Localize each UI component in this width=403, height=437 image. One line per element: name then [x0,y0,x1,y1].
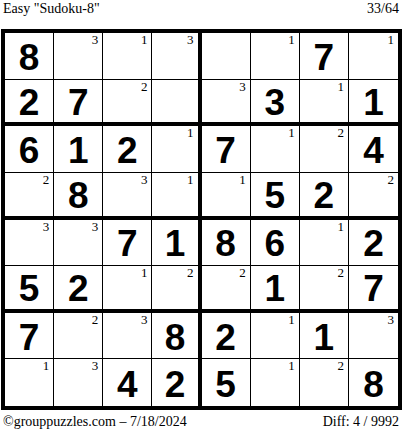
page: Easy "Sudoku-8" 33/64 831317127233116121… [0,0,403,437]
given-digit: 1 [264,267,285,307]
cell-r2c5[interactable]: 3 [202,80,251,127]
given-digit: 1 [314,316,335,356]
given-digit: 8 [19,36,40,76]
given-digit: 2 [19,81,40,121]
pencil-mark: 2 [337,126,344,140]
given-digit: 7 [215,129,236,169]
pencil-mark: 1 [388,33,395,47]
cell-r6c3[interactable]: 1 [103,266,152,313]
given-digit: 7 [363,267,384,307]
cell-r2c8[interactable]: 1 [349,80,398,127]
pencil-mark: 1 [187,126,194,140]
cell-r8c3[interactable]: 4 [103,359,152,406]
given-digit: 7 [19,316,40,356]
cell-r4c2[interactable]: 8 [54,173,103,220]
cell-r3c8[interactable]: 4 [349,126,398,173]
pencil-mark: 1 [337,80,344,94]
pencil-mark: 3 [92,359,99,373]
given-digit: 3 [264,81,285,121]
pencil-mark: 1 [43,359,50,373]
cell-r1c6[interactable]: 1 [251,33,300,80]
cell-r3c2[interactable]: 1 [54,126,103,173]
cell-r2c7[interactable]: 1 [300,80,349,127]
pencil-mark: 1 [288,359,295,373]
cell-r6c6[interactable]: 1 [251,266,300,313]
given-digit: 8 [363,363,384,403]
cell-r8c8[interactable]: 8 [349,359,398,406]
cell-r8c6[interactable]: 1 [251,359,300,406]
puzzle-title: Easy "Sudoku-8" [3,1,100,17]
pencil-mark: 3 [92,220,99,234]
pencil-mark: 2 [141,80,148,94]
cell-r6c1[interactable]: 5 [5,266,54,313]
pencil-mark: 3 [187,33,194,47]
cell-r3c6[interactable]: 1 [251,126,300,173]
cell-r4c1[interactable]: 2 [5,173,54,220]
pencil-mark: 3 [141,313,148,327]
cell-r1c3[interactable]: 1 [103,33,152,80]
cell-r8c5[interactable]: 5 [202,359,251,406]
cell-r2c4[interactable] [152,80,201,127]
given-digit: 2 [314,174,335,214]
cell-r1c7[interactable]: 7 [300,33,349,80]
cell-r8c4[interactable]: 2 [152,359,201,406]
cell-r6c4[interactable]: 2 [152,266,201,313]
pencil-mark: 2 [43,173,50,187]
cell-r3c5[interactable]: 7 [202,126,251,173]
given-digit: 1 [165,222,186,262]
given-digit: 2 [215,316,236,356]
pencil-mark: 2 [92,313,99,327]
given-digit: 8 [68,174,89,214]
cell-r3c3[interactable]: 2 [103,126,152,173]
given-digit: 2 [68,267,89,307]
cell-r5c2[interactable]: 3 [54,220,103,267]
cell-r3c4[interactable]: 1 [152,126,201,173]
cell-r1c8[interactable]: 1 [349,33,398,80]
cell-r5c5[interactable]: 8 [202,220,251,267]
cell-r6c7[interactable]: 2 [300,266,349,313]
cell-r4c7[interactable]: 2 [300,173,349,220]
cell-r4c3[interactable]: 3 [103,173,152,220]
pencil-mark: 2 [187,266,194,280]
given-digit: 7 [117,222,138,262]
cell-r5c7[interactable]: 1 [300,220,349,267]
pencil-mark: 3 [388,313,395,327]
cell-r5c1[interactable]: 3 [5,220,54,267]
pencil-mark: 1 [288,33,295,47]
cell-r1c2[interactable]: 3 [54,33,103,80]
cell-r2c1[interactable]: 2 [5,80,54,127]
cell-r6c8[interactable]: 7 [349,266,398,313]
cell-r2c6[interactable]: 3 [251,80,300,127]
cell-r8c7[interactable]: 2 [300,359,349,406]
cell-r6c2[interactable]: 2 [54,266,103,313]
cell-r8c1[interactable]: 1 [5,359,54,406]
given-digit: 5 [215,363,236,403]
pencil-mark: 2 [388,173,395,187]
cell-r2c3[interactable]: 2 [103,80,152,127]
cell-r7c5[interactable]: 2 [202,313,251,360]
page-number: 33/64 [367,1,399,17]
given-digit: 7 [314,36,335,76]
cell-r7c8[interactable]: 3 [349,313,398,360]
given-digit: 2 [117,129,138,169]
cell-r2c2[interactable]: 7 [54,80,103,127]
pencil-mark: 1 [288,313,295,327]
cell-r4c4[interactable]: 1 [152,173,201,220]
pencil-mark: 1 [239,173,246,187]
cell-r1c5[interactable] [202,33,251,80]
pencil-mark: 3 [239,80,246,94]
cell-r4c6[interactable]: 5 [251,173,300,220]
cell-r3c7[interactable]: 2 [300,126,349,173]
given-digit: 1 [363,81,384,121]
given-digit: 7 [68,81,89,121]
given-digit: 2 [165,363,186,403]
pencil-mark: 3 [92,33,99,47]
cell-r8c2[interactable]: 3 [54,359,103,406]
cell-r1c4[interactable]: 3 [152,33,201,80]
given-digit: 6 [264,222,285,262]
given-digit: 8 [215,222,236,262]
cell-r5c8[interactable]: 2 [349,220,398,267]
given-digit: 2 [363,222,384,262]
pencil-mark: 2 [239,266,246,280]
cell-r4c5[interactable]: 1 [202,173,251,220]
difficulty: Diff: 4 / 9992 [323,414,399,430]
given-digit: 8 [165,316,186,356]
pencil-mark: 2 [337,266,344,280]
pencil-mark: 2 [337,359,344,373]
cell-r4c8[interactable]: 2 [349,173,398,220]
given-digit: 5 [19,267,40,307]
cell-r7c3[interactable]: 3 [103,313,152,360]
cell-r7c4[interactable]: 8 [152,313,201,360]
sudoku-board: 8313171272331161217124283115223371861252… [1,29,402,410]
cell-r1c1[interactable]: 8 [5,33,54,80]
given-digit: 5 [264,174,285,214]
copyright: ©grouppuzzles.com – 7/18/2024 [3,414,187,430]
cell-r5c3[interactable]: 7 [103,220,152,267]
cell-r7c6[interactable]: 1 [251,313,300,360]
pencil-mark: 1 [141,266,148,280]
cell-r6c5[interactable]: 2 [202,266,251,313]
pencil-mark: 1 [337,220,344,234]
given-digit: 4 [363,129,384,169]
footer: ©grouppuzzles.com – 7/18/2024 Diff: 4 / … [3,414,399,430]
header: Easy "Sudoku-8" 33/64 [3,1,399,17]
given-digit: 4 [117,363,138,403]
given-digit: 6 [19,129,40,169]
cell-r7c7[interactable]: 1 [300,313,349,360]
cell-r7c2[interactable]: 2 [54,313,103,360]
pencil-mark: 1 [187,173,194,187]
pencil-mark: 1 [288,126,295,140]
cell-r5c6[interactable]: 6 [251,220,300,267]
pencil-mark: 3 [141,173,148,187]
cell-r7c1[interactable]: 7 [5,313,54,360]
pencil-mark: 3 [43,220,50,234]
cell-r3c1[interactable]: 6 [5,126,54,173]
cell-r5c4[interactable]: 1 [152,220,201,267]
pencil-mark: 1 [141,33,148,47]
given-digit: 1 [68,129,89,169]
